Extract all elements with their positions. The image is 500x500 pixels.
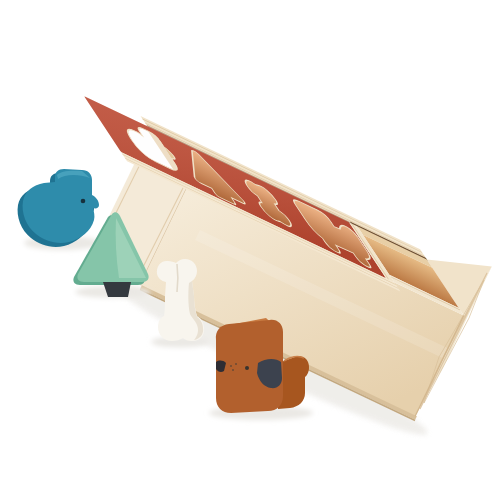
bird-eye	[81, 199, 86, 204]
bird-block	[18, 169, 100, 250]
dog-eye	[245, 366, 249, 370]
dog-whisker-dot-2	[235, 363, 237, 365]
product-photo-stage	[0, 0, 500, 500]
bone-crease	[177, 264, 178, 292]
dog-whisker-dot-3	[232, 369, 234, 371]
dog-whisker-dot-1	[230, 365, 232, 367]
shape-sorter-scene	[0, 0, 500, 500]
bird-front-face	[23, 169, 99, 243]
